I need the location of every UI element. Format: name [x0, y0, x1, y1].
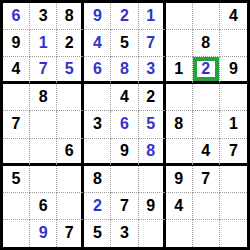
cell-r7c3[interactable]	[57, 166, 84, 193]
user-digit: 7	[146, 35, 155, 51]
user-digit: 2	[201, 61, 210, 77]
user-digit: 6	[12, 8, 21, 24]
given-digit: 9	[229, 61, 238, 77]
cell-r5c1[interactable]: 7	[3, 111, 30, 138]
given-digit: 2	[65, 35, 74, 51]
given-digit: 3	[39, 8, 48, 24]
cell-r9c9[interactable]	[220, 220, 247, 247]
cell-r5c4[interactable]: 3	[84, 111, 111, 138]
cell-r5c9[interactable]: 1	[220, 111, 247, 138]
cell-r6c8[interactable]: 4	[193, 139, 220, 166]
given-digit: 5	[120, 35, 129, 51]
user-digit: 1	[39, 35, 48, 51]
cell-r9c3[interactable]: 7	[57, 220, 84, 247]
cell-r2c1[interactable]: 9	[3, 30, 30, 57]
cell-r2c7[interactable]	[166, 30, 193, 57]
given-digit: 7	[120, 198, 129, 214]
cell-r6c5[interactable]: 9	[111, 139, 138, 166]
cell-r8c4[interactable]: 2	[84, 193, 111, 220]
user-digit: 1	[146, 8, 155, 24]
user-digit: 2	[120, 8, 129, 24]
cell-r1c8[interactable]	[193, 3, 220, 30]
user-digit: 8	[146, 143, 155, 159]
cell-r4c2[interactable]: 8	[30, 84, 57, 111]
cell-r3c9[interactable]: 9	[220, 57, 247, 84]
cell-r4c1[interactable]	[3, 84, 30, 111]
given-digit: 4	[229, 8, 238, 24]
given-digit: 9	[146, 198, 155, 214]
cell-r2c5[interactable]: 5	[111, 30, 138, 57]
given-digit: 4	[12, 61, 21, 77]
given-digit: 8	[65, 8, 74, 24]
cell-r1c7[interactable]	[166, 3, 193, 30]
cell-r4c3[interactable]	[57, 84, 84, 111]
given-digit: 4	[120, 89, 129, 105]
cell-r9c5[interactable]: 3	[111, 220, 138, 247]
given-digit: 9	[12, 35, 21, 51]
cell-r2c2[interactable]: 1	[30, 30, 57, 57]
cell-r5c7[interactable]: 8	[166, 111, 193, 138]
given-digit: 1	[229, 116, 238, 132]
cell-r6c6[interactable]: 8	[139, 139, 166, 166]
cell-r8c7[interactable]: 4	[166, 193, 193, 220]
given-digit: 4	[201, 143, 210, 159]
cell-r1c4[interactable]: 9	[84, 3, 111, 30]
given-digit: 7	[229, 143, 238, 159]
cell-r9c7[interactable]	[166, 220, 193, 247]
cell-r8c1[interactable]	[3, 193, 30, 220]
cell-r2c8[interactable]: 8	[193, 30, 220, 57]
cell-r7c1[interactable]: 5	[3, 166, 30, 193]
cell-r6c7[interactable]	[166, 139, 193, 166]
cell-r7c6[interactable]	[139, 166, 166, 193]
user-digit: 2	[93, 198, 102, 214]
given-digit: 8	[174, 116, 183, 132]
cell-r1c2[interactable]: 3	[30, 3, 57, 30]
cell-r6c3[interactable]: 6	[57, 139, 84, 166]
given-digit: 5	[12, 171, 21, 187]
user-digit: 5	[146, 116, 155, 132]
cell-r7c5[interactable]	[111, 166, 138, 193]
cell-r5c6[interactable]: 5	[139, 111, 166, 138]
given-digit: 3	[120, 225, 129, 241]
cell-r4c7[interactable]	[166, 84, 193, 111]
cell-r3c5[interactable]: 8	[111, 57, 138, 84]
cell-r1c5[interactable]: 2	[111, 3, 138, 30]
cell-r8c2[interactable]: 6	[30, 193, 57, 220]
cell-r5c8[interactable]	[193, 111, 220, 138]
given-digit: 6	[39, 198, 48, 214]
cell-r2c9[interactable]	[220, 30, 247, 57]
cell-r5c3[interactable]	[57, 111, 84, 138]
cell-r3c8[interactable]: 2	[193, 57, 220, 84]
cell-r6c2[interactable]	[30, 139, 57, 166]
cell-r2c4[interactable]: 4	[84, 30, 111, 57]
cell-r7c4[interactable]: 8	[84, 166, 111, 193]
sudoku-board: 6389214912457847568312984273658169847589…	[0, 0, 250, 250]
user-digit: 5	[65, 61, 74, 77]
cell-r3c6[interactable]: 3	[139, 57, 166, 84]
cell-r3c4[interactable]: 6	[84, 57, 111, 84]
cell-r5c5[interactable]: 6	[111, 111, 138, 138]
cell-r4c9[interactable]	[220, 84, 247, 111]
cell-r3c2[interactable]: 7	[30, 57, 57, 84]
user-digit: 6	[93, 61, 102, 77]
given-digit: 8	[93, 171, 102, 187]
user-digit: 9	[93, 8, 102, 24]
given-digit: 4	[174, 198, 183, 214]
cell-r4c4[interactable]	[84, 84, 111, 111]
cell-r7c2[interactable]	[30, 166, 57, 193]
given-digit: 9	[174, 171, 183, 187]
cell-r7c9[interactable]	[220, 166, 247, 193]
given-digit: 5	[93, 225, 102, 241]
cell-r2c6[interactable]: 7	[139, 30, 166, 57]
cell-r9c6[interactable]	[139, 220, 166, 247]
user-digit: 7	[39, 61, 48, 77]
cell-r3c1[interactable]: 4	[3, 57, 30, 84]
cell-r7c7[interactable]: 9	[166, 166, 193, 193]
given-digit: 7	[201, 171, 210, 187]
cell-r9c1[interactable]	[3, 220, 30, 247]
user-digit: 4	[93, 35, 102, 51]
cell-r3c7[interactable]: 1	[166, 57, 193, 84]
cell-r8c5[interactable]: 7	[111, 193, 138, 220]
cell-r8c3[interactable]	[57, 193, 84, 220]
cell-r2c3[interactable]: 2	[57, 30, 84, 57]
cell-r6c9[interactable]: 7	[220, 139, 247, 166]
given-digit: 8	[39, 89, 48, 105]
cell-r1c6[interactable]: 1	[139, 3, 166, 30]
given-digit: 7	[12, 116, 21, 132]
cell-r1c9[interactable]: 4	[220, 3, 247, 30]
user-digit: 6	[120, 116, 129, 132]
given-digit: 7	[65, 225, 74, 241]
cell-r7c8[interactable]: 7	[193, 166, 220, 193]
user-digit: 8	[120, 61, 129, 77]
given-digit: 8	[201, 35, 210, 51]
cell-r4c6[interactable]: 2	[139, 84, 166, 111]
cell-r8c8[interactable]	[193, 193, 220, 220]
given-digit: 3	[93, 116, 102, 132]
cell-r4c5[interactable]: 4	[111, 84, 138, 111]
cell-r9c4[interactable]: 5	[84, 220, 111, 247]
given-digit: 1	[174, 61, 183, 77]
given-digit: 9	[120, 143, 129, 159]
cell-r9c8[interactable]	[193, 220, 220, 247]
given-digit: 2	[146, 89, 155, 105]
cell-r8c6[interactable]: 9	[139, 193, 166, 220]
cell-r3c3[interactable]: 5	[57, 57, 84, 84]
cell-r1c3[interactable]: 8	[57, 3, 84, 30]
given-digit: 6	[65, 143, 74, 159]
cell-r6c1[interactable]	[3, 139, 30, 166]
cell-r6c4[interactable]	[84, 139, 111, 166]
cell-r9c2[interactable]: 9	[30, 220, 57, 247]
cell-r5c2[interactable]	[30, 111, 57, 138]
user-digit: 9	[39, 225, 48, 241]
user-digit: 3	[146, 61, 155, 77]
cell-r1c1[interactable]: 6	[3, 3, 30, 30]
cell-r8c9[interactable]	[220, 193, 247, 220]
cell-r4c8[interactable]	[193, 84, 220, 111]
